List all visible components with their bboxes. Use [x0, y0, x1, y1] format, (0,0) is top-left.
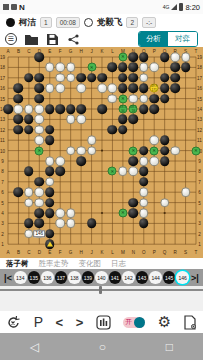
coord-label-bottom: T	[195, 250, 198, 255]
go-stone-white	[55, 73, 65, 83]
ai-suggestion-green[interactable]: ✕	[150, 146, 159, 155]
coord-label-bottom: M	[121, 250, 125, 255]
go-stone-white	[108, 83, 118, 93]
play-button[interactable]: 对弈	[168, 32, 197, 46]
go-stone-black	[108, 63, 118, 73]
network-type: 4G	[163, 4, 170, 10]
go-stone-black	[66, 104, 76, 114]
coord-label-right: 8	[198, 169, 201, 174]
move-chip[interactable]: 134	[14, 271, 27, 284]
coord-label-bottom: A	[6, 250, 9, 255]
coord-label-right: 15	[197, 96, 202, 101]
go-stone-black	[35, 208, 45, 218]
move-chip[interactable]: 145	[163, 271, 176, 284]
go-stone-black	[45, 167, 55, 177]
move-chip[interactable]: 135	[28, 271, 41, 284]
go-stone-white	[66, 115, 76, 125]
coord-label-bottom: F	[59, 250, 62, 255]
go-stone-white	[55, 83, 65, 93]
ai-suggestion-green[interactable]: ✕	[108, 167, 117, 176]
black-clock: 00:08	[56, 17, 80, 28]
go-stone-white	[76, 146, 86, 156]
coord-label-bottom: C	[27, 250, 30, 255]
go-stone-black	[129, 156, 139, 166]
coord-label-right: 6	[198, 190, 201, 195]
status-bar: N 4G 8:20	[0, 0, 203, 14]
coord-label-right: 9	[198, 159, 201, 164]
go-stone-white	[129, 94, 139, 104]
new-file-icon[interactable]	[184, 315, 197, 330]
go-stone-white	[24, 187, 34, 197]
go-stone-black	[45, 104, 55, 114]
go-stone-black	[35, 219, 45, 229]
android-nav-bar: ◁ ○ □	[0, 333, 203, 360]
coord-label-right: 11	[197, 138, 202, 143]
go-stone-black	[118, 125, 128, 135]
go-stone-white	[108, 94, 118, 104]
go-stone-black	[55, 104, 65, 114]
pass-button[interactable]: P	[34, 314, 43, 330]
go-stone-black	[35, 52, 45, 62]
go-stone-black	[35, 177, 45, 187]
go-stone-white	[170, 52, 180, 62]
go-stone-black	[45, 187, 55, 197]
last-move-number: 146	[33, 230, 45, 238]
coord-label-right: 19	[197, 55, 202, 60]
go-stone-black	[139, 146, 149, 156]
go-stone-white	[160, 198, 170, 208]
coord-label-right: 3	[198, 221, 201, 226]
go-stone-white	[118, 167, 128, 177]
coord-label-bottom: L	[111, 250, 114, 255]
coord-label-right: 12	[197, 127, 202, 132]
go-stone-white	[14, 104, 24, 114]
move-chip[interactable]: 137	[55, 271, 68, 284]
coord-label-left: 11	[0, 138, 5, 143]
coord-label-top: P	[153, 49, 156, 54]
go-stone-white	[55, 219, 65, 229]
go-stone-black	[45, 198, 55, 208]
coord-label-left: 12	[0, 127, 5, 132]
move-chip[interactable]: 141	[109, 271, 122, 284]
go-stone-black	[170, 73, 180, 83]
go-stone-black	[160, 52, 170, 62]
go-stone-white	[66, 146, 76, 156]
go-stone-black	[14, 187, 24, 197]
coord-label-right: 13	[197, 117, 202, 122]
ai-suggestion-green[interactable]: ✕	[87, 63, 96, 72]
go-stone-black	[24, 115, 34, 125]
first-move-button[interactable]: |<	[2, 273, 14, 283]
coord-label-right: 14	[197, 107, 202, 112]
go-stone-white	[87, 146, 97, 156]
mode-segmented-control: 分析 对弈	[138, 31, 198, 47]
coord-label-left: 10	[0, 148, 5, 153]
coord-label-bottom: S	[184, 250, 187, 255]
move-slider[interactable]	[0, 286, 203, 295]
nav-home-icon[interactable]: ○	[99, 340, 106, 354]
go-stone-black	[97, 104, 107, 114]
coord-label-right: 2	[198, 231, 201, 236]
go-stone-black	[129, 115, 139, 125]
go-stone-white	[45, 156, 55, 166]
coord-label-right: 1	[198, 242, 201, 247]
go-stone-black	[149, 94, 159, 104]
go-stone-black	[14, 83, 24, 93]
coord-label-bottom: J	[90, 250, 92, 255]
ai-suggestion-green[interactable]: 48.134	[118, 105, 127, 114]
go-stone-white	[139, 187, 149, 197]
tab-2[interactable]: 变化图	[79, 259, 102, 269]
coord-label-top: F	[59, 49, 62, 54]
chart-icon[interactable]	[96, 315, 111, 330]
coord-label-bottom: G	[69, 250, 73, 255]
coord-label-left: 17	[0, 75, 5, 80]
go-stone-white	[55, 156, 65, 166]
go-stone-black	[160, 146, 170, 156]
white-stone-icon	[84, 18, 93, 27]
go-stone-black	[118, 83, 128, 93]
go-stone-white	[76, 83, 86, 93]
go-stone-white	[139, 73, 149, 83]
undo-icon[interactable]	[6, 315, 21, 330]
go-stone-black	[181, 63, 191, 73]
go-stone-black	[45, 208, 55, 218]
ai-suggestion-green[interactable]: ✕	[118, 53, 127, 62]
go-stone-white	[24, 229, 34, 239]
ai-suggestion-green[interactable]: ✕	[118, 209, 127, 218]
coord-label-top: H	[79, 49, 82, 54]
go-stone-black	[14, 125, 24, 135]
ai-toggle-label: 开	[125, 318, 132, 327]
ai-suggestion-green[interactable]: 48.118	[129, 105, 138, 114]
coord-label-right: 5	[198, 200, 201, 205]
go-stone-black	[24, 167, 34, 177]
ai-suggestion-yellow[interactable]: 49.9171	[150, 84, 159, 93]
coord-label-top: B	[17, 49, 20, 54]
go-stone-white	[149, 156, 159, 166]
move-chip[interactable]: 138	[68, 271, 81, 284]
go-stone-black	[170, 83, 180, 93]
analyze-button[interactable]: 分析	[139, 32, 168, 46]
go-stone-black	[35, 83, 45, 93]
go-stone-black	[160, 135, 170, 145]
go-stone-white	[35, 104, 45, 114]
move-list-bar: |< 1341351361371381391401411421431441451…	[0, 269, 203, 286]
coord-label-left: 3	[1, 221, 4, 226]
coord-label-bottom: D	[38, 250, 41, 255]
signal-icon	[171, 4, 177, 10]
go-app-screen: N 4G 8:20 柯洁 1 00:08 党毅飞 2 -:- ☰ 分析	[0, 0, 203, 360]
notification-icon	[3, 4, 9, 10]
black-stone-icon	[6, 18, 15, 27]
tab-0[interactable]: 落子树	[6, 259, 29, 269]
go-stone-black	[118, 115, 128, 125]
top-toolbar: ☰ 分析 对弈	[0, 31, 203, 47]
coord-label-left: 9	[1, 159, 4, 164]
menu-icon[interactable]: ☰	[5, 33, 17, 45]
go-stone-white	[24, 198, 34, 208]
go-stone-white	[97, 83, 107, 93]
go-stone-black	[139, 52, 149, 62]
go-stone-black	[76, 156, 86, 166]
coord-label-top: E	[48, 49, 51, 54]
white-clock: -:-	[142, 17, 156, 28]
coord-label-bottom: H	[79, 250, 82, 255]
yellow-triangle-marker	[47, 242, 53, 247]
go-stone-black	[129, 73, 139, 83]
go-stone-black	[76, 104, 86, 114]
coord-label-left: 4	[1, 211, 4, 216]
go-stone-white	[66, 208, 76, 218]
go-stone-white	[35, 187, 45, 197]
go-stone-white	[129, 167, 139, 177]
slider-handle[interactable]	[99, 286, 102, 294]
move-chip[interactable]: 139	[82, 271, 95, 284]
coord-label-bottom: E	[48, 250, 51, 255]
coord-label-left: 5	[1, 200, 4, 205]
go-stone-black	[24, 219, 34, 229]
coord-label-left: 15	[0, 96, 5, 101]
nfc-icon: N	[19, 3, 25, 12]
prev-move-icon[interactable]: <	[56, 315, 64, 330]
go-stone-black	[160, 73, 170, 83]
go-stone-black	[129, 83, 139, 93]
go-stone-white	[139, 198, 149, 208]
coord-label-bottom: P	[153, 250, 156, 255]
ai-suggestion-green[interactable]: ✕	[35, 146, 44, 155]
white-player-name: 党毅飞	[97, 17, 123, 29]
settings-icon[interactable]: ⚙	[158, 313, 171, 331]
save-icon[interactable]	[46, 33, 59, 46]
go-stone-black	[160, 94, 170, 104]
move-chip-current[interactable]: 146	[176, 271, 189, 284]
black-badge: 1	[40, 17, 52, 28]
coord-label-right: 7	[198, 179, 201, 184]
go-stone-black	[55, 167, 65, 177]
go-stone-black	[45, 135, 55, 145]
go-stone-black	[139, 83, 149, 93]
go-stone-black	[45, 125, 55, 135]
coord-label-top: A	[6, 49, 9, 54]
go-stone-white	[55, 63, 65, 73]
coord-label-left: 1	[1, 242, 4, 247]
coord-label-left: 7	[1, 179, 4, 184]
status-clock: 8:20	[185, 3, 200, 12]
go-stone-white	[139, 156, 149, 166]
go-stone-black	[139, 104, 149, 114]
go-stone-black	[129, 198, 139, 208]
coord-label-bottom: O	[142, 250, 146, 255]
coord-label-left: 13	[0, 117, 5, 122]
ai-suggestion-green[interactable]: ✕	[129, 146, 138, 155]
go-stone-black	[129, 208, 139, 218]
go-stone-white	[181, 187, 191, 197]
go-stone-white	[45, 63, 55, 73]
go-stone-white	[35, 125, 45, 135]
move-chip[interactable]: 140	[95, 271, 108, 284]
go-stone-black	[35, 73, 45, 83]
go-stone-white	[76, 115, 86, 125]
coord-label-bottom: N	[132, 250, 135, 255]
move-chip[interactable]: 143	[136, 271, 149, 284]
go-stone-black	[97, 73, 107, 83]
ai-suggestion-green[interactable]: ✕	[118, 94, 127, 103]
go-stone-black	[45, 229, 55, 239]
go-stone-white	[149, 63, 159, 73]
ai-suggestion-green[interactable]: ✕	[191, 146, 200, 155]
go-stone-black	[118, 73, 128, 83]
nav-recents-icon[interactable]: □	[166, 340, 173, 354]
nav-back-icon[interactable]: ◁	[30, 340, 39, 354]
go-stone-black	[160, 156, 170, 166]
go-stone-white	[45, 177, 55, 187]
go-stone-black	[149, 104, 159, 114]
coord-label-top: C	[27, 49, 30, 54]
coord-label-right: 4	[198, 211, 201, 216]
go-stone-white	[35, 135, 45, 145]
tab-1[interactable]: 胜率走势	[39, 259, 69, 269]
coord-label-right: 17	[197, 75, 202, 80]
go-stone-black	[3, 104, 13, 114]
coord-label-right: 18	[197, 65, 202, 70]
black-player-name: 柯洁	[19, 17, 36, 29]
analysis-tabs: 落子树胜率走势变化图日志	[0, 258, 203, 269]
coord-label-left: 2	[1, 231, 4, 236]
go-stone-black	[24, 125, 34, 135]
go-stone-white	[139, 63, 149, 73]
next-move-icon[interactable]: >	[76, 315, 84, 330]
go-stone-black	[35, 94, 45, 104]
go-stone-white	[87, 135, 97, 145]
go-stone-white	[35, 198, 45, 208]
last-move-button[interactable]: >|	[189, 273, 201, 283]
go-stone-black	[24, 73, 34, 83]
coord-label-top: G	[69, 49, 73, 54]
go-stone-black	[129, 63, 139, 73]
bottom-toolbar: P < > 开 ⚙	[0, 311, 203, 333]
ai-toggle-knob	[134, 317, 145, 328]
coord-label-left: 16	[0, 86, 5, 91]
go-stone-black	[87, 219, 97, 229]
lock-icon	[11, 4, 17, 10]
go-stone-black	[139, 167, 149, 177]
go-stone-black	[129, 52, 139, 62]
move-chip[interactable]: 142	[122, 271, 135, 284]
go-stone-black	[76, 73, 86, 83]
go-stone-black	[160, 83, 170, 93]
go-stone-white	[66, 219, 76, 229]
player-bar: 柯洁 1 00:08 党毅飞 2 -:-	[0, 14, 203, 31]
move-chips: 134135136137138139140141142143144145146	[14, 271, 189, 284]
go-stone-black	[108, 125, 118, 135]
coord-label-top: J	[90, 49, 92, 54]
go-stone-white	[139, 94, 149, 104]
coord-label-left: 8	[1, 169, 4, 174]
share-icon[interactable]	[67, 33, 80, 46]
go-stone-white	[66, 73, 76, 83]
tab-3[interactable]: 日志	[111, 259, 126, 269]
coord-label-left: 6	[1, 190, 4, 195]
go-stone-black	[14, 94, 24, 104]
coord-label-left: 19	[0, 55, 5, 60]
go-stone-white	[35, 115, 45, 125]
go-stone-black	[118, 63, 128, 73]
go-stone-white	[66, 63, 76, 73]
go-stone-white	[170, 146, 180, 156]
go-stone-black	[139, 177, 149, 187]
coord-label-bottom: B	[17, 250, 20, 255]
ai-toggle[interactable]: 开	[123, 317, 145, 328]
go-stone-white	[181, 52, 191, 62]
go-stone-white	[149, 135, 159, 145]
go-stone-black	[170, 63, 180, 73]
go-stone-white	[139, 208, 149, 218]
go-stone-black	[14, 115, 24, 125]
coord-label-right: 16	[197, 86, 202, 91]
battery-icon	[179, 3, 183, 11]
coord-label-left: 18	[0, 65, 5, 70]
go-stone-white	[45, 83, 55, 93]
coord-label-bottom: Q	[163, 250, 167, 255]
go-stone-black	[87, 73, 97, 83]
go-stone-black	[139, 219, 149, 229]
coord-label-top: T	[195, 49, 198, 54]
move-chip[interactable]: 144	[149, 271, 162, 284]
folder-icon[interactable]	[25, 33, 38, 46]
go-stone-white	[24, 104, 34, 114]
coord-label-bottom: R	[173, 250, 176, 255]
move-chip[interactable]: 136	[41, 271, 54, 284]
coord-label-top: K	[100, 49, 103, 54]
go-stone-white	[55, 208, 65, 218]
go-board[interactable]: AA1919BB1818CC1717DD1616EE1515FF1414GG13…	[0, 47, 203, 258]
white-badge: 2	[126, 17, 138, 28]
coord-label-top: L	[111, 49, 114, 54]
coord-label-bottom: K	[100, 250, 103, 255]
